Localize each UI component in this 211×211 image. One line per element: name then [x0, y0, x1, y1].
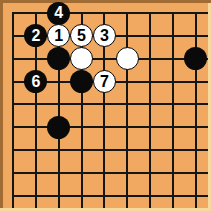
move-number: 5 — [77, 27, 86, 43]
grid-hline — [12, 103, 208, 105]
go-stone-white-5: 5 — [70, 24, 93, 47]
go-board: 4215367 — [0, 0, 211, 211]
grid-hline — [12, 126, 208, 128]
grid-vline — [149, 12, 151, 208]
move-number: 7 — [100, 73, 109, 89]
grid-vline — [195, 12, 197, 208]
go-stone-white-1: 1 — [47, 24, 70, 47]
grid-vline — [172, 12, 174, 208]
go-stone-black-4: 4 — [47, 2, 70, 25]
board-cut-edge-right — [208, 3, 211, 211]
grid-hline — [12, 172, 208, 174]
move-number: 3 — [100, 27, 109, 43]
grid-hline — [12, 12, 208, 14]
go-stone-black-2: 2 — [24, 24, 47, 47]
move-number: 4 — [54, 5, 63, 21]
go-stone-white — [70, 47, 93, 70]
go-stone-black — [47, 116, 70, 139]
board-border-top — [0, 0, 211, 3]
grid-vline — [12, 12, 14, 208]
grid-vline — [126, 12, 128, 208]
grid-hline — [12, 149, 208, 151]
move-number: 1 — [54, 27, 63, 43]
grid-hline — [12, 58, 208, 60]
go-stone-black — [70, 70, 93, 93]
move-number: 2 — [31, 27, 40, 43]
board-border-left — [0, 0, 3, 208]
go-diagram: 4215367 — [0, 0, 211, 211]
go-stone-white — [116, 47, 139, 70]
go-stone-white-3: 3 — [93, 24, 116, 47]
go-stone-black — [47, 47, 70, 70]
move-number: 6 — [31, 73, 40, 89]
go-stone-black-6: 6 — [24, 70, 47, 93]
grid-hline — [12, 195, 208, 197]
board-cut-edge-bottom — [0, 208, 211, 211]
go-stone-black — [184, 47, 207, 70]
go-stone-white-7: 7 — [93, 70, 116, 93]
